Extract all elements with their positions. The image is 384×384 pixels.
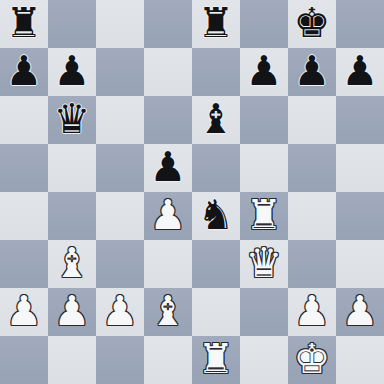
piece-white-pawn-h2[interactable]: ♟: [342, 291, 379, 332]
piece-white-rook-e1[interactable]: ♜: [198, 339, 235, 380]
square-h1[interactable]: [336, 336, 384, 384]
piece-white-pawn-d4[interactable]: ♟: [150, 195, 187, 236]
piece-black-pawn-b7[interactable]: ♟: [54, 51, 91, 92]
square-c1[interactable]: [96, 336, 144, 384]
piece-black-pawn-d5[interactable]: ♟: [150, 147, 187, 188]
square-b1[interactable]: [48, 336, 96, 384]
piece-white-pawn-b2[interactable]: ♟: [54, 291, 91, 332]
square-h8[interactable]: [336, 0, 384, 48]
square-g1[interactable]: ♚: [288, 336, 336, 384]
square-f1[interactable]: [240, 336, 288, 384]
square-e7[interactable]: [192, 48, 240, 96]
square-c8[interactable]: [96, 0, 144, 48]
square-g7[interactable]: ♟: [288, 48, 336, 96]
piece-white-pawn-a2[interactable]: ♟: [6, 291, 43, 332]
square-a3[interactable]: [0, 240, 48, 288]
square-e5[interactable]: [192, 144, 240, 192]
square-g4[interactable]: [288, 192, 336, 240]
square-g5[interactable]: [288, 144, 336, 192]
square-f6[interactable]: [240, 96, 288, 144]
square-b4[interactable]: [48, 192, 96, 240]
square-d3[interactable]: [144, 240, 192, 288]
piece-black-pawn-h7[interactable]: ♟: [342, 51, 379, 92]
square-e8[interactable]: ♜: [192, 0, 240, 48]
square-f5[interactable]: [240, 144, 288, 192]
square-a2[interactable]: ♟: [0, 288, 48, 336]
square-h4[interactable]: [336, 192, 384, 240]
piece-black-bishop-e6[interactable]: ♝: [198, 99, 235, 140]
square-a1[interactable]: [0, 336, 48, 384]
square-d1[interactable]: [144, 336, 192, 384]
square-e3[interactable]: [192, 240, 240, 288]
chess-board: ♜♜♚♟♟♟♟♟♛♝♟♟♞♜♝♛♟♟♟♝♟♟♜♚: [0, 0, 384, 384]
square-f4[interactable]: ♜: [240, 192, 288, 240]
piece-white-bishop-b3[interactable]: ♝: [54, 243, 91, 284]
square-a4[interactable]: [0, 192, 48, 240]
square-a7[interactable]: ♟: [0, 48, 48, 96]
square-h6[interactable]: [336, 96, 384, 144]
square-b8[interactable]: [48, 0, 96, 48]
square-e6[interactable]: ♝: [192, 96, 240, 144]
square-b6[interactable]: ♛: [48, 96, 96, 144]
square-a8[interactable]: ♜: [0, 0, 48, 48]
square-c6[interactable]: [96, 96, 144, 144]
piece-white-pawn-c2[interactable]: ♟: [102, 291, 139, 332]
square-a6[interactable]: [0, 96, 48, 144]
square-e4[interactable]: ♞: [192, 192, 240, 240]
square-h7[interactable]: ♟: [336, 48, 384, 96]
piece-black-pawn-a7[interactable]: ♟: [6, 51, 43, 92]
piece-black-queen-b6[interactable]: ♛: [54, 99, 91, 140]
square-e1[interactable]: ♜: [192, 336, 240, 384]
square-c4[interactable]: [96, 192, 144, 240]
square-f7[interactable]: ♟: [240, 48, 288, 96]
piece-white-rook-f4[interactable]: ♜: [246, 195, 283, 236]
square-d5[interactable]: ♟: [144, 144, 192, 192]
square-g6[interactable]: [288, 96, 336, 144]
square-e2[interactable]: [192, 288, 240, 336]
piece-black-rook-a8[interactable]: ♜: [6, 3, 43, 44]
square-f8[interactable]: [240, 0, 288, 48]
piece-black-pawn-g7[interactable]: ♟: [294, 51, 331, 92]
piece-white-pawn-g2[interactable]: ♟: [294, 291, 331, 332]
piece-black-rook-e8[interactable]: ♜: [198, 3, 235, 44]
square-h5[interactable]: [336, 144, 384, 192]
square-f2[interactable]: [240, 288, 288, 336]
square-b5[interactable]: [48, 144, 96, 192]
piece-black-knight-e4[interactable]: ♞: [198, 195, 235, 236]
square-h3[interactable]: [336, 240, 384, 288]
piece-white-bishop-d2[interactable]: ♝: [150, 291, 187, 332]
square-c3[interactable]: [96, 240, 144, 288]
piece-black-pawn-f7[interactable]: ♟: [246, 51, 283, 92]
square-d8[interactable]: [144, 0, 192, 48]
square-g8[interactable]: ♚: [288, 0, 336, 48]
square-d4[interactable]: ♟: [144, 192, 192, 240]
square-d6[interactable]: [144, 96, 192, 144]
piece-white-king-g1[interactable]: ♚: [294, 339, 331, 380]
piece-white-queen-f3[interactable]: ♛: [246, 243, 283, 284]
square-h2[interactable]: ♟: [336, 288, 384, 336]
square-b3[interactable]: ♝: [48, 240, 96, 288]
square-c5[interactable]: [96, 144, 144, 192]
square-g2[interactable]: ♟: [288, 288, 336, 336]
square-c2[interactable]: ♟: [96, 288, 144, 336]
square-f3[interactable]: ♛: [240, 240, 288, 288]
square-g3[interactable]: [288, 240, 336, 288]
square-b2[interactable]: ♟: [48, 288, 96, 336]
square-c7[interactable]: [96, 48, 144, 96]
square-a5[interactable]: [0, 144, 48, 192]
square-d2[interactable]: ♝: [144, 288, 192, 336]
piece-black-king-g8[interactable]: ♚: [294, 3, 331, 44]
square-d7[interactable]: [144, 48, 192, 96]
square-b7[interactable]: ♟: [48, 48, 96, 96]
